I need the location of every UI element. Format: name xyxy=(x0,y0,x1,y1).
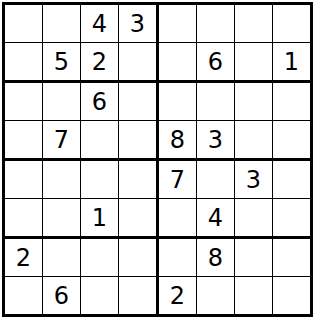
cell-r1c6-empty[interactable] xyxy=(197,5,235,43)
cell-r5c8-empty[interactable] xyxy=(273,161,310,199)
cell-r8c2-given: 6 xyxy=(43,277,81,314)
cell-r6c4-empty[interactable] xyxy=(119,199,159,239)
cell-r8c5-given: 2 xyxy=(159,277,197,314)
cell-r7c6-given: 8 xyxy=(197,239,235,277)
cell-r7c5-empty[interactable] xyxy=(159,239,197,277)
cell-r5c1-empty[interactable] xyxy=(5,161,43,199)
page: 435261678373142862 xyxy=(0,0,312,320)
sudoku-board: 435261678373142862 xyxy=(2,2,313,317)
cell-r1c8-empty[interactable] xyxy=(273,5,310,43)
cell-r5c7-given: 3 xyxy=(235,161,273,199)
cell-r2c7-empty[interactable] xyxy=(235,43,273,83)
cell-r2c2-given: 5 xyxy=(43,43,81,83)
cell-r8c4-empty[interactable] xyxy=(119,277,159,314)
cell-r1c1-empty[interactable] xyxy=(5,5,43,43)
cell-r3c7-empty[interactable] xyxy=(235,83,273,121)
cell-r2c8-given: 1 xyxy=(273,43,310,83)
cell-r3c4-empty[interactable] xyxy=(119,83,159,121)
cell-r7c8-empty[interactable] xyxy=(273,239,310,277)
cell-r3c3-given: 6 xyxy=(81,83,119,121)
cell-r8c6-empty[interactable] xyxy=(197,277,235,314)
cell-r8c8-empty[interactable] xyxy=(273,277,310,314)
cell-r4c3-empty[interactable] xyxy=(81,121,119,161)
cell-r6c2-empty[interactable] xyxy=(43,199,81,239)
cell-r6c8-empty[interactable] xyxy=(273,199,310,239)
cell-r1c5-empty[interactable] xyxy=(159,5,197,43)
cell-r2c4-empty[interactable] xyxy=(119,43,159,83)
cell-r5c6-empty[interactable] xyxy=(197,161,235,199)
cell-r8c7-empty[interactable] xyxy=(235,277,273,314)
cell-r4c4-empty[interactable] xyxy=(119,121,159,161)
cell-r6c6-given: 4 xyxy=(197,199,235,239)
cell-r7c1-given: 2 xyxy=(5,239,43,277)
cell-r6c1-empty[interactable] xyxy=(5,199,43,239)
cell-r4c7-empty[interactable] xyxy=(235,121,273,161)
cell-r7c4-empty[interactable] xyxy=(119,239,159,277)
cell-r7c3-empty[interactable] xyxy=(81,239,119,277)
cell-r4c2-given: 7 xyxy=(43,121,81,161)
cell-r6c5-empty[interactable] xyxy=(159,199,197,239)
cell-r5c3-empty[interactable] xyxy=(81,161,119,199)
cell-r6c3-given: 1 xyxy=(81,199,119,239)
cell-r5c4-empty[interactable] xyxy=(119,161,159,199)
cell-r7c2-empty[interactable] xyxy=(43,239,81,277)
cell-r1c7-empty[interactable] xyxy=(235,5,273,43)
cell-r3c2-empty[interactable] xyxy=(43,83,81,121)
cell-r3c8-empty[interactable] xyxy=(273,83,310,121)
cell-r5c5-given: 7 xyxy=(159,161,197,199)
cell-r4c8-empty[interactable] xyxy=(273,121,310,161)
cell-r3c1-empty[interactable] xyxy=(5,83,43,121)
cell-r8c3-empty[interactable] xyxy=(81,277,119,314)
cell-r1c3-given: 4 xyxy=(81,5,119,43)
cell-r2c3-given: 2 xyxy=(81,43,119,83)
cell-r8c1-empty[interactable] xyxy=(5,277,43,314)
cell-r4c1-empty[interactable] xyxy=(5,121,43,161)
cell-r4c6-given: 3 xyxy=(197,121,235,161)
cell-r2c5-empty[interactable] xyxy=(159,43,197,83)
cell-r2c6-given: 6 xyxy=(197,43,235,83)
cell-r7c7-empty[interactable] xyxy=(235,239,273,277)
cell-r6c7-empty[interactable] xyxy=(235,199,273,239)
cell-r5c2-empty[interactable] xyxy=(43,161,81,199)
cell-r2c1-empty[interactable] xyxy=(5,43,43,83)
cell-r4c5-given: 8 xyxy=(159,121,197,161)
cell-r1c4-given: 3 xyxy=(119,5,159,43)
cell-r1c2-empty[interactable] xyxy=(43,5,81,43)
cell-r3c5-empty[interactable] xyxy=(159,83,197,121)
cell-r3c6-empty[interactable] xyxy=(197,83,235,121)
